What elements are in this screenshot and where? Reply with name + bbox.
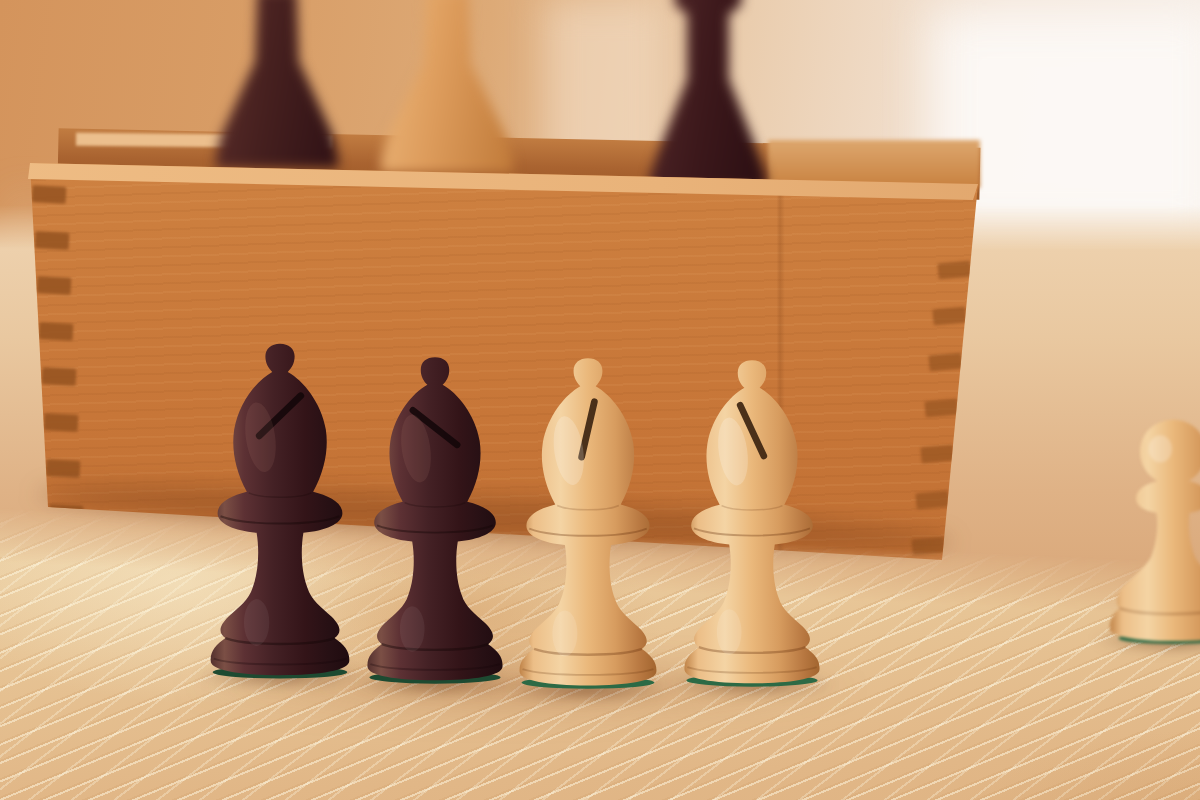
boxed-dark-piece-1 bbox=[216, 0, 338, 168]
box-finger-joint-right bbox=[937, 261, 971, 280]
dark-bishop-2 bbox=[359, 342, 511, 688]
box-finger-joint-left bbox=[37, 276, 72, 295]
light-bishop-1 bbox=[511, 342, 665, 694]
box-finger-joint-right bbox=[916, 491, 950, 510]
light-bishop-2 bbox=[676, 347, 828, 689]
box-finger-joint-left bbox=[34, 231, 69, 250]
dark-bishop-1 bbox=[202, 330, 358, 681]
box-finger-joint-left bbox=[32, 185, 67, 204]
box-finger-joint-left bbox=[46, 459, 81, 478]
box-finger-joint-right bbox=[920, 445, 954, 464]
boxed-dark-piece-2 bbox=[650, 0, 766, 188]
box-finger-joint-left bbox=[41, 368, 76, 387]
box-finger-joint-left bbox=[44, 413, 79, 432]
boxed-light-piece-1 bbox=[381, 0, 513, 172]
light-pawn-1 bbox=[1098, 412, 1200, 645]
box-finger-joint-left bbox=[39, 322, 74, 341]
photo-scene bbox=[0, 0, 1200, 800]
box-finger-joint-right bbox=[924, 399, 958, 418]
box-finger-joint-right bbox=[933, 307, 967, 326]
box-finger-joint-right bbox=[929, 353, 963, 372]
